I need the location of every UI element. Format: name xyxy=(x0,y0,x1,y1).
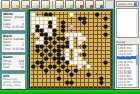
right-panel-header: Game info xyxy=(116,1,139,7)
save-icon-accent xyxy=(26,5,29,8)
star-point xyxy=(45,73,46,74)
card-row-value: 19 xyxy=(20,66,24,69)
move-list-scrollbar[interactable] xyxy=(136,45,139,87)
black-stone: ● xyxy=(57,68,61,72)
print-icon[interactable] xyxy=(31,0,40,9)
board-cell[interactable]: ● xyxy=(44,56,48,60)
info-card-white: WhiteName:gnugoRank:--Caps:4Time:0:25:00 xyxy=(1,11,26,31)
star-point xyxy=(96,49,97,50)
edit-icon-accent xyxy=(46,5,49,8)
board-cell[interactable]: ● xyxy=(74,68,78,72)
black-stone: ● xyxy=(95,12,99,16)
board-cell[interactable]: ● xyxy=(99,80,103,84)
white-stone: ● xyxy=(69,12,73,16)
right-panel: Game info Moves 108 W C12109 B D11110 W … xyxy=(114,0,140,89)
go-grid: ●●●●●●●●●●●●●●●●●●●●●●●●●●●●●●●●●●●●●●●●… xyxy=(31,12,112,88)
board-cell[interactable]: ● xyxy=(95,12,99,16)
star-point xyxy=(96,73,97,74)
board-cell[interactable]: ● xyxy=(103,60,107,64)
black-stone: ● xyxy=(31,64,35,68)
new-game-icon-accent xyxy=(6,5,9,8)
info-icon-accent xyxy=(100,5,103,8)
card-row-value: 0:25:00 xyxy=(12,26,24,29)
left-info-panel: WhiteName:gnugoRank:--Caps:4Time:0:25:00… xyxy=(0,10,28,89)
print-icon-accent xyxy=(36,5,39,8)
black-stone: ● xyxy=(103,60,107,64)
back-move-icon-accent xyxy=(70,5,73,8)
last-move-stone: ● xyxy=(69,24,73,28)
card-row-label: Time: xyxy=(3,26,11,29)
board-cell[interactable]: ● xyxy=(86,64,90,68)
board-cell[interactable]: ● xyxy=(78,64,82,68)
pass-icon-accent xyxy=(80,5,83,8)
edit-icon[interactable] xyxy=(41,0,50,9)
status-bar xyxy=(0,89,140,94)
black-stone: ● xyxy=(82,52,86,56)
black-stone: ● xyxy=(103,16,107,20)
card-row: Size:19 xyxy=(3,66,24,69)
card-row: Time:0:25:00 xyxy=(3,26,24,29)
board-cell[interactable]: ● xyxy=(69,80,73,84)
right-panel-header-label: Game info xyxy=(118,2,132,6)
main-toolbar xyxy=(0,0,114,10)
board-cell[interactable]: ● xyxy=(57,76,61,80)
board-icon-accent xyxy=(60,5,63,8)
open-file-icon[interactable] xyxy=(11,0,20,9)
move-list[interactable]: 108 W C12109 B D11110 W C10111 B E10112 … xyxy=(116,44,139,88)
resign-icon-accent xyxy=(90,5,93,8)
new-game-icon[interactable] xyxy=(1,0,10,9)
board-cell[interactable]: ● xyxy=(82,44,86,48)
black-stone: ● xyxy=(82,44,86,48)
black-stone: ● xyxy=(44,56,48,60)
board-cell[interactable]: ● xyxy=(103,24,107,28)
board-icon[interactable] xyxy=(55,0,64,9)
star-point xyxy=(96,25,97,26)
black-stone: ● xyxy=(82,20,86,24)
board-cell[interactable]: ● xyxy=(69,24,73,28)
card-row-label: Time: xyxy=(3,48,11,51)
card-row: Time:0:25:00 xyxy=(3,48,24,51)
resign-icon[interactable] xyxy=(85,0,94,9)
board-cell[interactable] xyxy=(108,84,112,88)
go-board: ●●●●●●●●●●●●●●●●●●●●●●●●●●●●●●●●●●●●●●●●… xyxy=(29,10,112,88)
moves-label: Moves xyxy=(116,40,139,44)
observer-listbox[interactable] xyxy=(116,8,139,38)
board-cell[interactable]: ● xyxy=(82,36,86,40)
board-cell[interactable]: ● xyxy=(86,72,90,76)
black-stone: ● xyxy=(74,68,78,72)
coords-icon[interactable] xyxy=(105,0,114,9)
info-card-game: GameMove:124Komi:5.5Size:19 xyxy=(1,54,26,71)
board-cell[interactable]: ● xyxy=(57,68,61,72)
board-cell[interactable]: ● xyxy=(103,32,107,36)
black-stone: ● xyxy=(44,68,48,72)
board-cell[interactable]: ● xyxy=(69,12,73,16)
black-stone: ● xyxy=(103,24,107,28)
white-stone: ● xyxy=(78,64,82,68)
board-cell[interactable]: ● xyxy=(44,68,48,72)
black-stone: ● xyxy=(86,72,90,76)
back-move-icon[interactable] xyxy=(65,0,74,9)
board-cell[interactable]: ● xyxy=(69,72,73,76)
gem-icon[interactable] xyxy=(134,2,138,6)
info-icon[interactable] xyxy=(95,0,104,9)
card-row-value: 0:25:00 xyxy=(12,48,24,51)
board-cell[interactable]: ● xyxy=(82,20,86,24)
pass-icon[interactable] xyxy=(75,0,84,9)
white-stone: ● xyxy=(82,36,86,40)
board-cell[interactable]: ● xyxy=(31,64,35,68)
black-stone: ● xyxy=(69,80,73,84)
black-stone: ● xyxy=(57,76,61,80)
star-point xyxy=(71,49,72,50)
board-cell[interactable]: ● xyxy=(103,16,107,20)
board-cell[interactable]: ● xyxy=(82,52,86,56)
white-stone: ● xyxy=(86,64,90,68)
move-list-scroll-thumb[interactable] xyxy=(136,55,139,65)
save-icon[interactable] xyxy=(21,0,30,9)
black-stone: ● xyxy=(99,80,103,84)
card-row-label: Size: xyxy=(3,66,10,69)
open-file-icon-accent xyxy=(16,5,19,8)
black-stone: ● xyxy=(69,72,73,76)
toolbar-separator xyxy=(52,1,53,9)
go-app-window: WhiteName:gnugoRank:--Caps:4Time:0:25:00… xyxy=(0,0,140,94)
info-card-black: BlackName:humanRank:--Caps:2Time:0:25:00 xyxy=(1,33,26,53)
black-stone: ● xyxy=(103,32,107,36)
observer-scrollbar[interactable] xyxy=(136,9,138,37)
